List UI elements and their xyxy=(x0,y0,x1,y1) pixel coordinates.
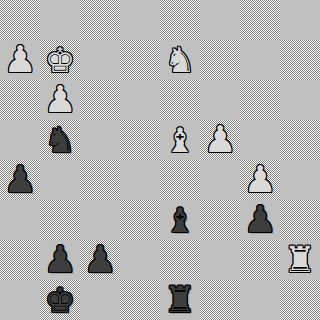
square-c5[interactable] xyxy=(80,120,120,160)
square-e7[interactable]: ♞ xyxy=(160,40,200,80)
square-a6[interactable] xyxy=(0,80,40,120)
black-bishop-icon[interactable]: ♝ xyxy=(165,200,195,240)
square-e6[interactable] xyxy=(160,80,200,120)
square-f7[interactable] xyxy=(200,40,240,80)
square-h6[interactable] xyxy=(280,80,320,120)
square-b5[interactable]: ♞ xyxy=(40,120,80,160)
black-pawn-icon[interactable]: ♟ xyxy=(243,200,276,240)
white-rook-icon[interactable]: ♜ xyxy=(284,240,316,280)
square-b7[interactable]: ♚ xyxy=(40,40,80,80)
square-c3[interactable] xyxy=(80,200,120,240)
square-h2[interactable]: ♜ xyxy=(280,240,320,280)
square-g4[interactable]: ♟ xyxy=(240,160,280,200)
square-f6[interactable] xyxy=(200,80,240,120)
square-a3[interactable] xyxy=(0,200,40,240)
white-pawn-icon[interactable]: ♟ xyxy=(243,160,276,200)
square-c4[interactable] xyxy=(80,160,120,200)
square-d5[interactable] xyxy=(120,120,160,160)
square-d6[interactable] xyxy=(120,80,160,120)
square-d8[interactable] xyxy=(120,0,160,40)
square-c1[interactable] xyxy=(80,280,120,320)
square-d4[interactable] xyxy=(120,160,160,200)
square-a4[interactable]: ♟ xyxy=(0,160,40,200)
square-d7[interactable] xyxy=(120,40,160,80)
chess-board-window: ♟♚♞♟♞♝♟♟♟♝♟♟♟♜♚♜ xyxy=(0,0,320,320)
square-c6[interactable] xyxy=(80,80,120,120)
white-bishop-icon[interactable]: ♝ xyxy=(165,120,195,160)
white-king-icon[interactable]: ♚ xyxy=(45,40,75,80)
square-h4[interactable] xyxy=(280,160,320,200)
square-e2[interactable] xyxy=(160,240,200,280)
square-f4[interactable] xyxy=(200,160,240,200)
square-c7[interactable] xyxy=(80,40,120,80)
black-pawn-icon[interactable]: ♟ xyxy=(3,160,36,200)
square-b2[interactable]: ♟ xyxy=(40,240,80,280)
square-g2[interactable] xyxy=(240,240,280,280)
square-b1[interactable]: ♚ xyxy=(40,280,80,320)
white-pawn-icon[interactable]: ♟ xyxy=(43,80,76,120)
square-e1[interactable]: ♜ xyxy=(160,280,200,320)
square-g6[interactable] xyxy=(240,80,280,120)
chess-board: ♟♚♞♟♞♝♟♟♟♝♟♟♟♜♚♜ xyxy=(0,0,320,320)
black-pawn-icon[interactable]: ♟ xyxy=(43,240,76,280)
white-pawn-icon[interactable]: ♟ xyxy=(203,120,236,160)
square-h8[interactable] xyxy=(280,0,320,40)
black-rook-icon[interactable]: ♜ xyxy=(164,280,196,320)
square-c8[interactable] xyxy=(80,0,120,40)
square-d3[interactable] xyxy=(120,200,160,240)
white-pawn-icon[interactable]: ♟ xyxy=(3,40,36,80)
square-b8[interactable] xyxy=(40,0,80,40)
black-king-icon[interactable]: ♚ xyxy=(45,280,75,320)
square-b6[interactable]: ♟ xyxy=(40,80,80,120)
square-g1[interactable] xyxy=(240,280,280,320)
square-e3[interactable]: ♝ xyxy=(160,200,200,240)
black-knight-icon[interactable]: ♞ xyxy=(44,120,75,160)
square-a2[interactable] xyxy=(0,240,40,280)
square-e5[interactable]: ♝ xyxy=(160,120,200,160)
black-pawn-icon[interactable]: ♟ xyxy=(83,240,116,280)
square-f5[interactable]: ♟ xyxy=(200,120,240,160)
square-h1[interactable] xyxy=(280,280,320,320)
square-f2[interactable] xyxy=(200,240,240,280)
square-e4[interactable] xyxy=(160,160,200,200)
square-g8[interactable] xyxy=(240,0,280,40)
square-a5[interactable] xyxy=(0,120,40,160)
square-g7[interactable] xyxy=(240,40,280,80)
square-f1[interactable] xyxy=(200,280,240,320)
square-a7[interactable]: ♟ xyxy=(0,40,40,80)
square-d1[interactable] xyxy=(120,280,160,320)
square-f3[interactable] xyxy=(200,200,240,240)
square-g5[interactable] xyxy=(240,120,280,160)
white-knight-icon[interactable]: ♞ xyxy=(164,40,195,80)
square-e8[interactable] xyxy=(160,0,200,40)
square-b4[interactable] xyxy=(40,160,80,200)
square-d2[interactable] xyxy=(120,240,160,280)
square-g3[interactable]: ♟ xyxy=(240,200,280,240)
square-c2[interactable]: ♟ xyxy=(80,240,120,280)
square-h5[interactable] xyxy=(280,120,320,160)
square-h7[interactable] xyxy=(280,40,320,80)
square-a1[interactable] xyxy=(0,280,40,320)
square-b3[interactable] xyxy=(40,200,80,240)
square-f8[interactable] xyxy=(200,0,240,40)
square-a8[interactable] xyxy=(0,0,40,40)
square-h3[interactable] xyxy=(280,200,320,240)
